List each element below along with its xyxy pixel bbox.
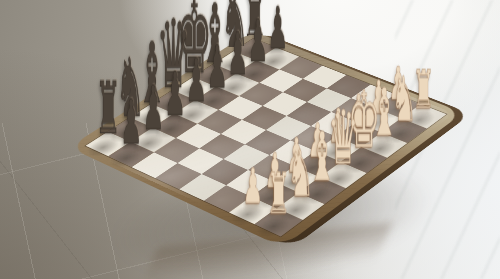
chessboard: ♜♞♝♛♚♝♞♜♟♟♟♟♟♟♟♟♟♟♟♟♟♟♟♟♜♞♝♛♚♝♞♜ (69, 31, 463, 248)
piece-black-pawn-e7: ♟ (206, 38, 227, 98)
piece-black-pawn-g7: ♟ (247, 13, 268, 72)
piece-black-pawn-a7: ♟ (120, 92, 142, 154)
piece-black-pawn-h7: ♟ (267, 0, 288, 58)
piece-black-pawn-d7: ♟ (185, 51, 207, 111)
piece-black-pawn-b7: ♟ (142, 78, 164, 140)
piece-white-pawn-a2: ♟ (243, 161, 263, 210)
piece-black-pawn-f7: ♟ (227, 25, 248, 84)
chess-scene: ♜♞♝♛♚♝♞♜♟♟♟♟♟♟♟♟♟♟♟♟♟♟♟♟♜♞♝♛♚♝♞♜ (0, 0, 500, 279)
photo-canvas: ♜♞♝♛♚♝♞♜♟♟♟♟♟♟♟♟♟♟♟♟♟♟♟♟♜♞♝♛♚♝♞♜ (0, 0, 500, 279)
piece-white-rook-a1: ♜ (267, 165, 291, 222)
piece-black-rook-a8: ♜ (95, 72, 121, 144)
piece-white-knight-b1: ♞ (287, 141, 314, 206)
board-grid: ♜♞♝♛♚♝♞♜♟♟♟♟♟♟♟♟♟♟♟♟♟♟♟♟♜♞♝♛♚♝♞♜ (86, 39, 447, 237)
board-wrap: ♜♞♝♛♚♝♞♜♟♟♟♟♟♟♟♟♟♟♟♟♟♟♟♟♜♞♝♛♚♝♞♜ (69, 31, 463, 248)
piece-black-pawn-c7: ♟ (164, 65, 186, 126)
